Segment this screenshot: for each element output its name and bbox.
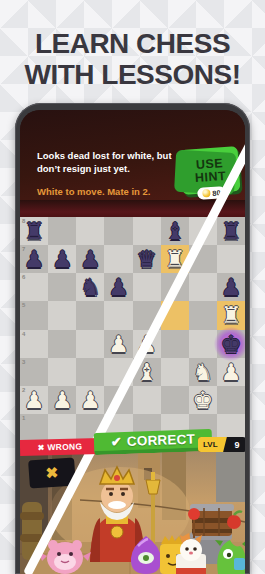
square-g6[interactable] — [189, 273, 217, 301]
app-title: LEARN CHESS WITH LESSONS! — [0, 28, 265, 90]
square-h4[interactable]: ♚ — [217, 330, 245, 358]
piece-white-p-d4: ♟ — [108, 330, 129, 358]
square-a8[interactable]: 8♜ — [20, 217, 48, 245]
square-a6[interactable]: 6 — [20, 273, 48, 301]
piece-black-q-e7: ♛ — [136, 245, 157, 273]
square-b6[interactable] — [48, 273, 76, 301]
square-f3[interactable] — [161, 358, 189, 386]
square-h6[interactable]: ♟ — [217, 273, 245, 301]
correct-label: CORRECT — [127, 431, 196, 448]
square-f8[interactable]: ♝ — [161, 217, 189, 245]
piece-black-n-c6: ♞ — [80, 273, 101, 301]
square-g5[interactable] — [189, 301, 217, 329]
wrong-x-icon: ✖ — [38, 443, 45, 452]
page-background: LEARN CHESS WITH LESSONS! Looks dead los… — [0, 0, 265, 574]
chess-board: 8♜♝♜7♟♟♟♛♜6♞♟♟5♜4♟♟♚3♝♞♟2♟♟♟♚1 — [20, 217, 245, 442]
square-d4[interactable]: ♟ — [104, 330, 132, 358]
wrong-banner: ✖ WRONG — [20, 438, 100, 456]
piece-black-r-a8: ♜ — [24, 217, 45, 245]
piece-black-r-h8: ♜ — [221, 217, 242, 245]
square-b8[interactable] — [48, 217, 76, 245]
square-a1[interactable]: 1 — [20, 414, 48, 442]
square-c5[interactable] — [76, 301, 104, 329]
square-e7[interactable]: ♛ — [133, 245, 161, 273]
piece-black-p-d6: ♟ — [108, 273, 129, 301]
piece-white-r-h5: ♜ — [221, 301, 242, 329]
puzzle-prompt: White to move. Mate in 2. — [37, 186, 151, 197]
square-a7[interactable]: 7♟ — [20, 245, 48, 273]
square-c4[interactable] — [76, 330, 104, 358]
coach-message-area: Looks dead lost for white, but don’t res… — [20, 110, 245, 200]
rank-label-4: 4 — [22, 331, 25, 337]
rank-label-3: 3 — [22, 359, 25, 365]
square-h3[interactable]: ♟ — [217, 358, 245, 386]
square-g4[interactable] — [189, 330, 217, 358]
square-h2[interactable] — [217, 386, 245, 414]
bottom-scene: ✖ — [20, 442, 245, 574]
square-b5[interactable] — [48, 301, 76, 329]
square-g2[interactable]: ♚ — [189, 386, 217, 414]
square-e2[interactable] — [133, 386, 161, 414]
piece-white-k-g2: ♚ — [193, 386, 214, 414]
hint-bulb-icon — [202, 189, 211, 198]
square-g3[interactable]: ♞ — [189, 358, 217, 386]
square-a4[interactable]: 4 — [20, 330, 48, 358]
square-e8[interactable] — [133, 217, 161, 245]
square-f2[interactable] — [161, 386, 189, 414]
correct-banner: ✔ CORRECT — [94, 429, 213, 455]
square-h8[interactable]: ♜ — [217, 217, 245, 245]
level-badge: LVL 9 — [198, 437, 245, 452]
screen: Looks dead lost for white, but don’t res… — [20, 110, 245, 574]
coach-message: Looks dead lost for white, but don’t res… — [37, 150, 187, 175]
title-line-1: LEARN CHESS — [0, 28, 265, 59]
hint-label-line2: HINT — [194, 169, 226, 184]
level-label: LVL — [203, 440, 218, 449]
square-a5[interactable]: 5 — [20, 301, 48, 329]
square-a3[interactable]: 3 — [20, 358, 48, 386]
piece-white-p-a2: ♟ — [24, 386, 45, 414]
piece-black-p-h6: ♟ — [221, 273, 242, 301]
rank-label-5: 5 — [22, 302, 25, 308]
piece-black-p-c7: ♟ — [80, 245, 101, 273]
correct-check-icon: ✔ — [111, 434, 122, 449]
square-c7[interactable]: ♟ — [76, 245, 104, 273]
square-f4[interactable] — [161, 330, 189, 358]
square-b4[interactable] — [48, 330, 76, 358]
title-line-2: WITH LESSONS! — [0, 59, 265, 90]
square-h7[interactable] — [217, 245, 245, 273]
square-c8[interactable] — [76, 217, 104, 245]
piece-white-p-b2: ♟ — [52, 386, 73, 414]
square-d7[interactable] — [104, 245, 132, 273]
square-h5[interactable]: ♜ — [217, 301, 245, 329]
square-d5[interactable] — [104, 301, 132, 329]
rank-label-1: 1 — [22, 415, 25, 421]
square-c3[interactable] — [76, 358, 104, 386]
square-c2[interactable]: ♟ — [76, 386, 104, 414]
piece-black-k-h4: ♚ — [221, 330, 242, 358]
level-value: 9 — [228, 440, 245, 450]
wrong-label: WRONG — [47, 441, 82, 452]
gold-x-icon: ✖ — [45, 464, 59, 483]
piece-black-b-f8: ♝ — [164, 217, 185, 245]
phone: Looks dead lost for white, but don’t res… — [15, 103, 250, 574]
square-b2[interactable]: ♟ — [48, 386, 76, 414]
square-c6[interactable]: ♞ — [76, 273, 104, 301]
piece-black-p-b7: ♟ — [52, 245, 73, 273]
piece-white-n-g3: ♞ — [193, 358, 214, 386]
square-d8[interactable] — [104, 217, 132, 245]
rank-label-6: 6 — [22, 274, 25, 280]
square-b3[interactable] — [48, 358, 76, 386]
square-a2[interactable]: 2♟ — [20, 386, 48, 414]
square-b7[interactable]: ♟ — [48, 245, 76, 273]
piece-black-p-a7: ♟ — [24, 245, 45, 273]
piece-white-p-c2: ♟ — [80, 386, 101, 414]
square-d6[interactable]: ♟ — [104, 273, 132, 301]
piece-white-p-h3: ♟ — [221, 358, 242, 386]
square-e6[interactable] — [133, 273, 161, 301]
